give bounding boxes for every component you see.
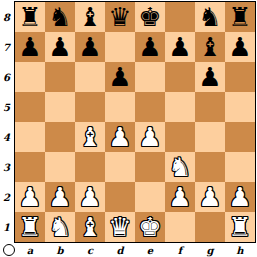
chess-diagram: 87654321 ♜♞♝♛♚♞♜♟♟♟♟♟♝♟♟♟♝♟♟♞♟♟♟♟♟♟♜♞♝♛♚… [0,0,257,257]
square-e2[interactable] [135,182,165,212]
black-rook-h8[interactable]: ♜ [228,2,251,32]
square-g2[interactable]: ♟ [195,182,225,212]
chess-board[interactable]: ♜♞♝♛♚♞♜♟♟♟♟♟♝♟♟♟♝♟♟♞♟♟♟♟♟♟♜♞♝♛♚♜ [14,1,256,243]
white-knight-b1[interactable]: ♞ [48,212,71,242]
white-king-e1[interactable]: ♚ [138,212,161,242]
black-pawn-f7[interactable]: ♟ [168,32,191,62]
square-a6[interactable] [15,62,45,92]
white-queen-d1[interactable]: ♛ [108,212,131,242]
square-b1[interactable]: ♞ [45,212,75,242]
square-d7[interactable] [105,32,135,62]
black-pawn-a7[interactable]: ♟ [18,32,41,62]
square-f2[interactable]: ♟ [165,182,195,212]
square-h3[interactable] [225,152,255,182]
square-b4[interactable] [45,122,75,152]
square-d8[interactable]: ♛ [105,2,135,32]
white-bishop-c1[interactable]: ♝ [78,212,101,242]
black-pawn-g6[interactable]: ♟ [198,62,221,92]
square-c2[interactable]: ♟ [75,182,105,212]
file-label-a: a [15,243,45,257]
square-c5[interactable] [75,92,105,122]
square-a4[interactable] [15,122,45,152]
black-pawn-b7[interactable]: ♟ [48,32,71,62]
square-b2[interactable]: ♟ [45,182,75,212]
rank-label-2: 2 [0,182,13,212]
square-f7[interactable]: ♟ [165,32,195,62]
square-e7[interactable]: ♟ [135,32,165,62]
square-a8[interactable]: ♜ [15,2,45,32]
black-pawn-e7[interactable]: ♟ [138,32,161,62]
black-bishop-c8[interactable]: ♝ [78,2,101,32]
square-f4[interactable] [165,122,195,152]
square-g6[interactable]: ♟ [195,62,225,92]
rank-label-1: 1 [0,212,13,242]
square-c4[interactable]: ♝ [75,122,105,152]
white-rook-a1[interactable]: ♜ [18,212,41,242]
square-d2[interactable] [105,182,135,212]
square-e4[interactable]: ♟ [135,122,165,152]
white-pawn-e4[interactable]: ♟ [138,122,161,152]
rank-label-8: 8 [0,2,13,32]
square-h4[interactable] [225,122,255,152]
black-pawn-h7[interactable]: ♟ [228,32,251,62]
square-e3[interactable] [135,152,165,182]
square-a2[interactable]: ♟ [15,182,45,212]
white-pawn-g2[interactable]: ♟ [198,182,221,212]
square-f8[interactable] [165,2,195,32]
square-f6[interactable] [165,62,195,92]
white-rook-h1[interactable]: ♜ [228,212,251,242]
black-rook-a8[interactable]: ♜ [18,2,41,32]
square-g5[interactable] [195,92,225,122]
black-king-e8[interactable]: ♚ [138,2,161,32]
white-pawn-c2[interactable]: ♟ [78,182,101,212]
square-g8[interactable]: ♞ [195,2,225,32]
white-pawn-f2[interactable]: ♟ [168,182,191,212]
square-d4[interactable]: ♟ [105,122,135,152]
white-bishop-c4[interactable]: ♝ [78,122,101,152]
square-e8[interactable]: ♚ [135,2,165,32]
rank-label-5: 5 [0,92,13,122]
rank-label-7: 7 [0,32,13,62]
rank-label-6: 6 [0,62,13,92]
square-b3[interactable] [45,152,75,182]
square-d3[interactable] [105,152,135,182]
white-pawn-a2[interactable]: ♟ [18,182,41,212]
square-b7[interactable]: ♟ [45,32,75,62]
square-e5[interactable] [135,92,165,122]
rank-label-3: 3 [0,152,13,182]
rank-labels: 87654321 [0,2,13,242]
square-c7[interactable]: ♟ [75,32,105,62]
square-e6[interactable] [135,62,165,92]
square-b8[interactable]: ♞ [45,2,75,32]
square-b6[interactable] [45,62,75,92]
square-c8[interactable]: ♝ [75,2,105,32]
file-label-h: h [225,243,255,257]
square-g3[interactable] [195,152,225,182]
white-pawn-h2[interactable]: ♟ [228,182,251,212]
white-to-move-indicator-circle [3,244,15,256]
black-bishop-g7[interactable]: ♝ [198,32,221,62]
square-e1[interactable]: ♚ [135,212,165,242]
black-queen-d8[interactable]: ♛ [108,2,131,32]
white-pawn-b2[interactable]: ♟ [48,182,71,212]
square-h8[interactable]: ♜ [225,2,255,32]
square-h7[interactable]: ♟ [225,32,255,62]
black-knight-b8[interactable]: ♞ [48,2,71,32]
file-label-c: c [75,243,105,257]
square-g4[interactable] [195,122,225,152]
file-label-g: g [195,243,225,257]
square-h5[interactable] [225,92,255,122]
square-c1[interactable]: ♝ [75,212,105,242]
square-f1[interactable] [165,212,195,242]
file-label-d: d [105,243,135,257]
square-a1[interactable]: ♜ [15,212,45,242]
square-b5[interactable] [45,92,75,122]
black-pawn-c7[interactable]: ♟ [78,32,101,62]
square-d6[interactable]: ♟ [105,62,135,92]
file-label-b: b [45,243,75,257]
square-a7[interactable]: ♟ [15,32,45,62]
square-h6[interactable] [225,62,255,92]
square-a5[interactable] [15,92,45,122]
file-label-f: f [165,243,195,257]
black-pawn-d6[interactable]: ♟ [108,62,131,92]
square-c6[interactable] [75,62,105,92]
square-d5[interactable] [105,92,135,122]
square-g1[interactable] [195,212,225,242]
square-a3[interactable] [15,152,45,182]
square-f5[interactable] [165,92,195,122]
square-h1[interactable]: ♜ [225,212,255,242]
square-g7[interactable]: ♝ [195,32,225,62]
white-pawn-d4[interactable]: ♟ [108,122,131,152]
square-h2[interactable]: ♟ [225,182,255,212]
black-knight-g8[interactable]: ♞ [198,2,221,32]
white-knight-f3[interactable]: ♞ [168,152,191,182]
file-labels: abcdefgh [15,243,255,257]
square-f3[interactable]: ♞ [165,152,195,182]
rank-label-4: 4 [0,122,13,152]
square-d1[interactable]: ♛ [105,212,135,242]
file-label-e: e [135,243,165,257]
square-c3[interactable] [75,152,105,182]
